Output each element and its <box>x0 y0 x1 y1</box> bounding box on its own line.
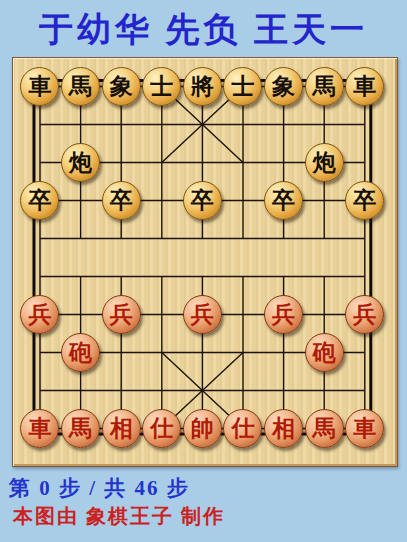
board-point-c4: 兵 <box>101 296 142 334</box>
piece-red-advisor[interactable]: 仕 <box>142 409 181 448</box>
board-point-h9 <box>304 106 345 144</box>
board-point-a3 <box>20 334 61 372</box>
board-point-c2 <box>101 372 142 410</box>
board-point-c3 <box>101 334 142 372</box>
board-point-c9 <box>101 106 142 144</box>
board-point-i6 <box>344 220 385 258</box>
board-point-b4 <box>60 296 101 334</box>
board-point-g2 <box>263 372 304 410</box>
board-point-a4: 兵 <box>20 296 61 334</box>
piece-black-soldier[interactable]: 卒 <box>264 181 303 220</box>
piece-red-cannon[interactable]: 砲 <box>61 333 100 372</box>
board-point-e5 <box>182 258 223 296</box>
move-counter: 第 0 步 / 共 46 步 <box>9 474 190 502</box>
board-point-e3 <box>182 334 223 372</box>
board-point-i4: 兵 <box>344 296 385 334</box>
board-point-a2 <box>20 372 61 410</box>
board-point-g3 <box>263 334 304 372</box>
piece-black-advisor[interactable]: 士 <box>223 67 262 106</box>
board-point-c8 <box>101 144 142 182</box>
piece-black-cannon[interactable]: 炮 <box>61 143 100 182</box>
board-point-g5 <box>263 258 304 296</box>
board-point-d9 <box>141 106 182 144</box>
board-grid: 車馬象士將士象馬車炮炮卒卒卒卒卒兵兵兵兵兵砲砲車馬相仕帥仕相馬車 <box>20 68 385 448</box>
board-point-i5 <box>344 258 385 296</box>
piece-black-horse[interactable]: 馬 <box>305 67 344 106</box>
piece-black-horse[interactable]: 馬 <box>61 67 100 106</box>
board-point-i1: 車 <box>344 410 385 448</box>
board-point-b6 <box>60 220 101 258</box>
board-point-f5 <box>223 258 264 296</box>
board-point-e4: 兵 <box>182 296 223 334</box>
board-point-f1: 仕 <box>223 410 264 448</box>
piece-red-cannon[interactable]: 砲 <box>305 333 344 372</box>
board-point-c6 <box>101 220 142 258</box>
board-point-f3 <box>223 334 264 372</box>
piece-black-elephant[interactable]: 象 <box>102 67 141 106</box>
board-point-c1: 相 <box>101 410 142 448</box>
piece-black-chariot[interactable]: 車 <box>345 67 384 106</box>
piece-black-soldier[interactable]: 卒 <box>20 181 59 220</box>
board-point-i3 <box>344 334 385 372</box>
piece-black-elephant[interactable]: 象 <box>264 67 303 106</box>
piece-black-soldier[interactable]: 卒 <box>183 181 222 220</box>
piece-black-cannon[interactable]: 炮 <box>305 143 344 182</box>
board-point-a10: 車 <box>20 68 61 106</box>
board-point-d10: 士 <box>141 68 182 106</box>
piece-black-soldier[interactable]: 卒 <box>345 181 384 220</box>
piece-red-horse[interactable]: 馬 <box>61 409 100 448</box>
board-point-h7 <box>304 182 345 220</box>
piece-red-soldier[interactable]: 兵 <box>102 295 141 334</box>
board-point-a7: 卒 <box>20 182 61 220</box>
board-point-h4 <box>304 296 345 334</box>
board-point-d6 <box>141 220 182 258</box>
board-point-d1: 仕 <box>141 410 182 448</box>
board-point-d2 <box>141 372 182 410</box>
board-point-g4: 兵 <box>263 296 304 334</box>
board-point-a1: 車 <box>20 410 61 448</box>
match-title: 于幼华 先负 王天一 <box>0 7 407 53</box>
credit-text: 本图由 象棋王子 制作 <box>13 503 225 530</box>
board-point-d8 <box>141 144 182 182</box>
piece-black-advisor[interactable]: 士 <box>142 67 181 106</box>
piece-red-soldier[interactable]: 兵 <box>345 295 384 334</box>
board-point-i10: 車 <box>344 68 385 106</box>
board-point-f4 <box>223 296 264 334</box>
board-point-a5 <box>20 258 61 296</box>
board-point-d7 <box>141 182 182 220</box>
board-point-h1: 馬 <box>304 410 345 448</box>
piece-red-soldier[interactable]: 兵 <box>264 295 303 334</box>
board-point-i2 <box>344 372 385 410</box>
board-point-a9 <box>20 106 61 144</box>
board-point-d4 <box>141 296 182 334</box>
board-point-h8: 炮 <box>304 144 345 182</box>
board-point-b8: 炮 <box>60 144 101 182</box>
board-point-e1: 帥 <box>182 410 223 448</box>
board-point-e2 <box>182 372 223 410</box>
piece-red-elephant[interactable]: 相 <box>102 409 141 448</box>
piece-black-soldier[interactable]: 卒 <box>102 181 141 220</box>
piece-red-elephant[interactable]: 相 <box>264 409 303 448</box>
piece-red-soldier[interactable]: 兵 <box>183 295 222 334</box>
board-point-f8 <box>223 144 264 182</box>
board-point-g1: 相 <box>263 410 304 448</box>
board-point-h3: 砲 <box>304 334 345 372</box>
board-point-a8 <box>20 144 61 182</box>
board-point-c7: 卒 <box>101 182 142 220</box>
board-point-g9 <box>263 106 304 144</box>
board-point-f10: 士 <box>223 68 264 106</box>
xiangqi-board: 車馬象士將士象馬車炮炮卒卒卒卒卒兵兵兵兵兵砲砲車馬相仕帥仕相馬車 <box>12 57 398 467</box>
board-point-h10: 馬 <box>304 68 345 106</box>
board-point-d5 <box>141 258 182 296</box>
board-point-g8 <box>263 144 304 182</box>
board-point-e6 <box>182 220 223 258</box>
board-point-b9 <box>60 106 101 144</box>
piece-red-horse[interactable]: 馬 <box>305 409 344 448</box>
piece-red-general[interactable]: 帥 <box>183 409 222 448</box>
board-point-b5 <box>60 258 101 296</box>
board-point-e8 <box>182 144 223 182</box>
board-point-i8 <box>344 144 385 182</box>
board-point-b10: 馬 <box>60 68 101 106</box>
board-point-g7: 卒 <box>263 182 304 220</box>
board-point-f7 <box>223 182 264 220</box>
board-point-i9 <box>344 106 385 144</box>
board-point-b7 <box>60 182 101 220</box>
board-point-e9 <box>182 106 223 144</box>
board-point-b2 <box>60 372 101 410</box>
board-point-f6 <box>223 220 264 258</box>
board-point-h5 <box>304 258 345 296</box>
board-point-i7: 卒 <box>344 182 385 220</box>
piece-red-chariot[interactable]: 車 <box>20 409 59 448</box>
board-point-g10: 象 <box>263 68 304 106</box>
board-point-a6 <box>20 220 61 258</box>
board-point-h6 <box>304 220 345 258</box>
piece-black-chariot[interactable]: 車 <box>20 67 59 106</box>
board-point-f2 <box>223 372 264 410</box>
piece-red-advisor[interactable]: 仕 <box>223 409 262 448</box>
board-point-g6 <box>263 220 304 258</box>
board-point-b3: 砲 <box>60 334 101 372</box>
board-point-c5 <box>101 258 142 296</box>
board-point-f9 <box>223 106 264 144</box>
board-point-c10: 象 <box>101 68 142 106</box>
board-point-d3 <box>141 334 182 372</box>
piece-red-chariot[interactable]: 車 <box>345 409 384 448</box>
board-point-e7: 卒 <box>182 182 223 220</box>
board-point-b1: 馬 <box>60 410 101 448</box>
piece-black-general[interactable]: 將 <box>183 67 222 106</box>
piece-red-soldier[interactable]: 兵 <box>20 295 59 334</box>
board-point-e10: 將 <box>182 68 223 106</box>
board-point-h2 <box>304 372 345 410</box>
